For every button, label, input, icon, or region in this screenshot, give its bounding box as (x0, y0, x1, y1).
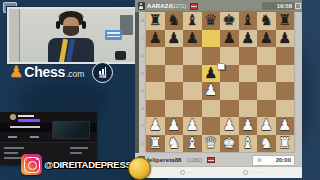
white-pawn-c2[interactable]: ♟ (186, 117, 199, 134)
profile-avatar (10, 114, 16, 120)
instagram-icon (21, 154, 42, 175)
headphone-earcup (82, 21, 86, 29)
profile-video-thumbnail (52, 121, 90, 139)
black-pawn-g7[interactable]: ♟ (260, 30, 273, 47)
square-c6[interactable] (183, 47, 202, 65)
black-pawn-e7[interactable]: ♟ (223, 30, 236, 47)
webcam-watermark (105, 30, 122, 40)
footer-left-icon (180, 170, 185, 175)
top-player-name[interactable]: AARAZA (147, 3, 173, 9)
square-d3[interactable] (202, 100, 221, 118)
square-a8[interactable]: ♜ (146, 12, 165, 30)
square-g7[interactable]: ♟ (257, 30, 276, 48)
black-pawn-a7[interactable]: ♟ (149, 30, 162, 47)
profile-name-bar (18, 115, 34, 117)
square-d2[interactable] (202, 117, 221, 135)
square-f1[interactable]: ♝ (239, 135, 258, 153)
rank-labels: 87654321 (140, 12, 146, 152)
square-g1[interactable]: ♞ (257, 135, 276, 153)
chess-board[interactable]: ♜♞♝♛♚♝♞♜♟♟♟♟♟♟♟♟♟♟♟♟♟♟♟♟♜♞♝♛♚♝♞♜ (146, 12, 294, 152)
stream-screenshot: ♟ Chess .com RM @DIREI (0, 0, 320, 180)
black-knight-g8[interactable]: ♞ (260, 12, 273, 29)
black-pawn-c7[interactable]: ♟ (186, 30, 199, 47)
gold-coin-overlay (128, 157, 151, 180)
square-b5[interactable] (165, 65, 184, 83)
focus-mode-icon[interactable] (295, 3, 301, 9)
square-b2[interactable]: ♟ (165, 117, 184, 135)
headphone-earcup (56, 21, 60, 29)
chesscom-pawn-icon: ♟ (9, 64, 23, 80)
square-g6[interactable] (257, 47, 276, 65)
square-g3[interactable] (257, 100, 276, 118)
black-king-e8[interactable]: ♚ (223, 12, 236, 29)
white-knight-g1[interactable]: ♞ (260, 135, 273, 152)
streamer-webcam (7, 7, 137, 64)
white-pawn-f2[interactable]: ♟ (241, 117, 254, 134)
microphone (115, 51, 126, 60)
square-f4[interactable] (239, 82, 258, 100)
square-f2[interactable]: ♟ (239, 117, 258, 135)
black-knight-b8[interactable]: ♞ (167, 12, 180, 29)
white-rook-a1[interactable]: ♜ (149, 135, 162, 152)
square-h4[interactable] (276, 82, 295, 100)
brand-row: ♟ Chess .com RM (9, 61, 113, 83)
square-g2[interactable]: ♟ (257, 117, 276, 135)
square-f6[interactable] (239, 47, 258, 65)
square-f8[interactable]: ♝ (239, 12, 258, 30)
black-pawn-f7[interactable]: ♟ (241, 30, 254, 47)
cursor-marker (217, 63, 225, 70)
room-door-frame (9, 9, 20, 62)
square-f7[interactable]: ♟ (239, 30, 258, 48)
rm-badge: RM (92, 62, 113, 83)
square-a5[interactable] (146, 65, 165, 83)
square-h2[interactable]: ♟ (276, 117, 295, 135)
white-pawn-e2[interactable]: ♟ (223, 117, 236, 134)
white-king-e1[interactable]: ♚ (223, 135, 236, 152)
rank-label-7: 7 (140, 30, 146, 48)
square-d4[interactable]: ♟ (202, 82, 221, 100)
square-a6[interactable] (146, 47, 165, 65)
bottom-player-clock-time: 20:00 (276, 157, 291, 163)
square-d6[interactable] (202, 47, 221, 65)
square-e2[interactable]: ♟ (220, 117, 239, 135)
white-queen-d1[interactable]: ♛ (204, 135, 217, 152)
square-h7[interactable]: ♟ (276, 30, 295, 48)
square-b8[interactable]: ♞ (165, 12, 184, 30)
square-e1[interactable]: ♚ (220, 135, 239, 153)
chesscom-logo-text: Chess (24, 64, 65, 80)
square-b4[interactable] (165, 82, 184, 100)
white-bishop-c1[interactable]: ♝ (186, 135, 199, 152)
square-b1[interactable]: ♞ (165, 135, 184, 153)
square-c5[interactable] (183, 65, 202, 83)
rank-label-2: 2 (140, 117, 146, 135)
square-f5[interactable] (239, 65, 258, 83)
footer-link-left[interactable]: ····· (180, 170, 194, 175)
settings-gear-icon[interactable]: ⚙ (257, 157, 262, 163)
top-player-clock: 19:58 (262, 2, 295, 10)
streamer-beard (63, 26, 79, 36)
square-g8[interactable]: ♞ (257, 12, 276, 30)
rank-label-3: 3 (140, 100, 146, 118)
square-h5[interactable] (276, 65, 295, 83)
board-left-strip (135, 12, 139, 153)
black-pawn-h7[interactable]: ♟ (278, 30, 291, 47)
square-d1[interactable]: ♛ (202, 135, 221, 153)
bottom-player-flag-icon (207, 157, 215, 163)
rm-badge-label: RM (99, 74, 106, 79)
square-h6[interactable] (276, 47, 295, 65)
footer-link-right[interactable]: ········· (243, 170, 263, 175)
chess-window: AARAZA (1271) 19:58 87654321 ♜♞♝♛♚♝♞♜♟♟♟… (135, 0, 302, 178)
top-player-avatar[interactable] (138, 2, 146, 10)
square-e6[interactable] (220, 47, 239, 65)
square-c8[interactable]: ♝ (183, 12, 202, 30)
white-pawn-d4[interactable]: ♟ (204, 82, 217, 99)
square-g4[interactable] (257, 82, 276, 100)
white-pawn-b2[interactable]: ♟ (167, 117, 180, 134)
rank-label-5: 5 (140, 65, 146, 83)
black-rook-h8[interactable]: ♜ (278, 12, 291, 29)
white-rook-h1[interactable]: ♜ (278, 135, 291, 152)
square-g5[interactable] (257, 65, 276, 83)
black-bishop-c8[interactable]: ♝ (186, 12, 199, 29)
white-pawn-g2[interactable]: ♟ (260, 117, 273, 134)
square-c2[interactable]: ♟ (183, 117, 202, 135)
square-a3[interactable] (146, 100, 165, 118)
square-e4[interactable] (220, 82, 239, 100)
square-d8[interactable]: ♛ (202, 12, 221, 30)
rank-label-1: 1 (140, 135, 146, 153)
square-h1[interactable]: ♜ (276, 135, 295, 153)
profile-follow-button (18, 119, 40, 122)
square-b3[interactable] (165, 100, 184, 118)
bottom-player-name[interactable]: felipereta88 (147, 157, 182, 163)
black-pawn-b7[interactable]: ♟ (167, 30, 180, 47)
white-bishop-f1[interactable]: ♝ (241, 135, 254, 152)
square-c4[interactable] (183, 82, 202, 100)
white-pawn-h2[interactable]: ♟ (278, 117, 291, 134)
square-h8[interactable]: ♜ (276, 12, 295, 30)
chesscom-logo-tld: .com (66, 69, 84, 79)
black-queen-d8[interactable]: ♛ (204, 12, 217, 29)
top-player-flag-icon (190, 3, 198, 9)
square-f3[interactable] (239, 100, 258, 118)
square-e3[interactable] (220, 100, 239, 118)
footer-right-icon (243, 170, 248, 175)
square-c1[interactable]: ♝ (183, 135, 202, 153)
top-player-rating: (1271) (171, 3, 186, 9)
black-pawn-d5[interactable]: ♟ (204, 65, 217, 82)
square-a4[interactable] (146, 82, 165, 100)
square-a1[interactable]: ♜ (146, 135, 165, 153)
bottom-player-rating: (1260) (187, 157, 202, 163)
bottom-player-clock: ⚙ 20:00 (252, 155, 295, 167)
square-c3[interactable] (183, 100, 202, 118)
rank-label-8: 8 (140, 12, 146, 30)
square-a2[interactable]: ♟ (146, 117, 165, 135)
white-knight-b1[interactable]: ♞ (167, 135, 180, 152)
square-e7[interactable]: ♟ (220, 30, 239, 48)
square-b7[interactable]: ♟ (165, 30, 184, 48)
black-rook-a8[interactable]: ♜ (149, 12, 162, 29)
square-a7[interactable]: ♟ (146, 30, 165, 48)
square-e8[interactable]: ♚ (220, 12, 239, 30)
rm-badge-bars-icon (99, 67, 106, 74)
square-c7[interactable]: ♟ (183, 30, 202, 48)
rank-label-6: 6 (140, 47, 146, 65)
window-footer-bar: ····· ········· (135, 166, 302, 178)
stream-profile-panel (0, 112, 97, 165)
black-bishop-f8[interactable]: ♝ (241, 12, 254, 29)
square-b6[interactable] (165, 47, 184, 65)
white-pawn-a2[interactable]: ♟ (149, 117, 162, 134)
rank-label-4: 4 (140, 82, 146, 100)
square-d7[interactable] (202, 30, 221, 48)
square-h3[interactable] (276, 100, 295, 118)
